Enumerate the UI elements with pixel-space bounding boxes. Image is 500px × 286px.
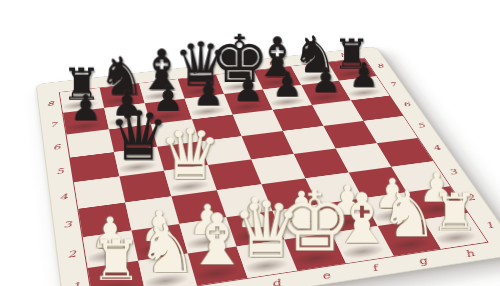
black-pawn-d7: ♟ xyxy=(193,76,225,111)
piece-shadow xyxy=(244,256,291,276)
rank-label-left-3: 3 xyxy=(63,219,73,229)
vinyl-board-mat: ♜♞♝♛♚♝♞♜♟♟♟♟♟♟♟♟♛♛♟♟♟♟♟♟♟♟♜♞♝♛♚♝♞♜ aabbc… xyxy=(36,46,500,286)
rank-label-left-6: 6 xyxy=(52,143,61,151)
rank-label-right-1: 1 xyxy=(483,220,497,230)
black-pawn-h7: ♟ xyxy=(348,59,379,93)
file-label-bottom-g: g xyxy=(415,255,429,266)
piece-shadow xyxy=(230,100,268,113)
rank-label-right-4: 4 xyxy=(430,144,442,152)
square-a1: ♜ xyxy=(88,261,146,286)
black-pawn-g7: ♟ xyxy=(310,63,341,97)
rank-label-left-5: 5 xyxy=(55,167,64,176)
rank-label-left-7: 7 xyxy=(49,121,57,129)
piece-shadow xyxy=(434,228,481,246)
file-label-bottom-h: h xyxy=(462,248,476,259)
photo-background: ♜♞♝♛♚♝♞♜♟♟♟♟♟♟♟♟♛♛♟♟♟♟♟♟♟♟♜♞♝♛♚♝♞♜ aabbc… xyxy=(0,0,500,286)
white-rook-a1: ♜ xyxy=(91,232,141,286)
black-pawn-e7: ♟ xyxy=(232,72,263,107)
black-pawn-f7: ♟ xyxy=(272,67,303,102)
rank-label-left-2: 2 xyxy=(67,249,77,260)
white-rook-h1: ♜ xyxy=(431,185,478,238)
square-a4 xyxy=(74,176,125,208)
chess-scene: ♜♞♝♛♚♝♞♜♟♟♟♟♟♟♟♟♛♛♟♟♟♟♟♟♟♟♜♞♝♛♚♝♞♜ aabbc… xyxy=(36,46,500,286)
square-b1: ♞ xyxy=(138,254,197,286)
square-a7: ♟ xyxy=(63,108,109,134)
black-pawn-a7: ♟ xyxy=(70,90,102,126)
file-label-bottom-e: e xyxy=(319,270,332,282)
rank-label-right-6: 6 xyxy=(401,101,412,108)
piece-shadow xyxy=(119,160,160,175)
rank-label-left-8: 8 xyxy=(46,100,54,107)
chess-board: ♜♞♝♛♚♝♞♜♟♟♟♟♟♟♟♟♛♛♟♟♟♟♟♟♟♟♜♞♝♛♚♝♞♜ xyxy=(60,58,487,286)
file-label-bottom-d: d xyxy=(270,277,283,286)
piece-shadow xyxy=(66,119,104,132)
rank-label-right-5: 5 xyxy=(415,122,427,130)
piece-shadow xyxy=(388,235,435,254)
piece-shadow xyxy=(269,96,307,109)
piece-shadow xyxy=(195,263,242,283)
rank-label-left-1: 1 xyxy=(71,280,82,286)
white-knight-b1: ♞ xyxy=(137,215,197,282)
white-queen-c4: ♛ xyxy=(159,120,222,190)
rank-label-right-7: 7 xyxy=(388,81,399,88)
rank-label-left-4: 4 xyxy=(59,192,68,202)
file-label-bottom-f: f xyxy=(369,263,379,274)
